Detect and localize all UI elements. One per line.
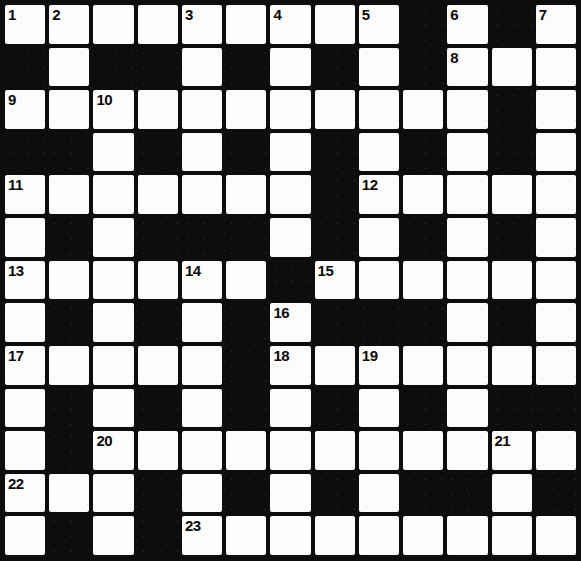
cell-r1c10[interactable]: 8 — [447, 48, 487, 87]
black-cell-r3c3 — [138, 133, 178, 172]
black-cell-r9c11 — [492, 389, 532, 428]
cell-r12c6[interactable] — [270, 516, 310, 555]
cell-r11c0[interactable]: 22 — [5, 474, 45, 513]
clue-number: 14 — [185, 261, 201, 280]
cell-r3c10[interactable] — [447, 133, 487, 172]
cell-r6c5[interactable] — [226, 261, 266, 300]
cell-r4c3[interactable] — [138, 175, 178, 214]
clue-number: 20 — [96, 431, 112, 450]
black-cell-r5c7 — [315, 218, 355, 257]
cell-r1c12[interactable] — [536, 48, 576, 87]
cell-r2c8[interactable] — [359, 90, 399, 129]
cell-r1c11[interactable] — [492, 48, 532, 87]
black-cell-r1c2 — [93, 48, 133, 87]
cell-r0c1[interactable]: 2 — [49, 5, 89, 44]
cell-r12c5[interactable] — [226, 516, 266, 555]
cell-r5c10[interactable] — [447, 218, 487, 257]
cell-r11c2[interactable] — [93, 474, 133, 513]
black-cell-r5c1 — [49, 218, 89, 257]
black-cell-r2c11 — [492, 90, 532, 129]
black-cell-r5c9 — [403, 218, 443, 257]
cell-r4c4[interactable] — [182, 175, 222, 214]
clue-number: 9 — [8, 90, 16, 109]
cell-r12c8[interactable] — [359, 516, 399, 555]
clue-number: 21 — [495, 431, 511, 450]
cell-r9c2[interactable] — [93, 389, 133, 428]
black-cell-r5c11 — [492, 218, 532, 257]
clue-number: 22 — [8, 474, 24, 493]
cell-r6c12[interactable] — [536, 261, 576, 300]
cell-r6c0[interactable]: 13 — [5, 261, 45, 300]
black-cell-r0c9 — [403, 5, 443, 44]
clue-number: 23 — [185, 516, 201, 535]
cell-r2c10[interactable] — [447, 90, 487, 129]
cell-r6c3[interactable] — [138, 261, 178, 300]
cell-r11c1[interactable] — [49, 474, 89, 513]
cell-r4c11[interactable] — [492, 175, 532, 214]
cell-r0c6[interactable]: 4 — [270, 5, 310, 44]
cell-r0c3[interactable] — [138, 5, 178, 44]
cell-r4c6[interactable] — [270, 175, 310, 214]
black-cell-r1c5 — [226, 48, 266, 87]
cell-r7c2[interactable] — [93, 303, 133, 342]
cell-r12c10[interactable] — [447, 516, 487, 555]
cell-r2c4[interactable] — [182, 90, 222, 129]
black-cell-r1c9 — [403, 48, 443, 87]
cell-r12c4[interactable]: 23 — [182, 516, 222, 555]
cell-r11c6[interactable] — [270, 474, 310, 513]
cell-r4c5[interactable] — [226, 175, 266, 214]
clue-number: 4 — [273, 5, 281, 24]
cell-r8c2[interactable] — [93, 346, 133, 385]
clue-number: 7 — [539, 5, 547, 24]
cell-r0c12[interactable]: 7 — [536, 5, 576, 44]
cell-r8c12[interactable] — [536, 346, 576, 385]
black-cell-r5c4 — [182, 218, 222, 257]
cell-r0c2[interactable] — [93, 5, 133, 44]
black-cell-r10c1 — [49, 431, 89, 470]
cell-r2c6[interactable] — [270, 90, 310, 129]
cell-r10c4[interactable] — [182, 431, 222, 470]
cell-r6c2[interactable] — [93, 261, 133, 300]
cell-r0c10[interactable]: 6 — [447, 5, 487, 44]
cell-r10c10[interactable] — [447, 431, 487, 470]
cell-r5c6[interactable] — [270, 218, 310, 257]
black-cell-r9c3 — [138, 389, 178, 428]
cell-r6c9[interactable] — [403, 261, 443, 300]
cell-r10c11[interactable]: 21 — [492, 431, 532, 470]
cell-r3c12[interactable] — [536, 133, 576, 172]
black-cell-r11c12 — [536, 474, 576, 513]
cell-r8c10[interactable] — [447, 346, 487, 385]
cell-r10c3[interactable] — [138, 431, 178, 470]
black-cell-r9c9 — [403, 389, 443, 428]
cell-r12c11[interactable] — [492, 516, 532, 555]
cell-r2c7[interactable] — [315, 90, 355, 129]
crossword-page: 1234567891011121314151617181920212223 — [0, 0, 581, 561]
clue-number: 13 — [8, 261, 24, 280]
cell-r6c11[interactable] — [492, 261, 532, 300]
black-cell-r0c11 — [492, 5, 532, 44]
black-cell-r3c11 — [492, 133, 532, 172]
cell-r11c11[interactable] — [492, 474, 532, 513]
cell-r8c4[interactable] — [182, 346, 222, 385]
black-cell-r11c7 — [315, 474, 355, 513]
cell-r9c10[interactable] — [447, 389, 487, 428]
cell-r4c12[interactable] — [536, 175, 576, 214]
black-cell-r1c7 — [315, 48, 355, 87]
cell-r12c0[interactable] — [5, 516, 45, 555]
black-cell-r11c10 — [447, 474, 487, 513]
cell-r4c0[interactable]: 11 — [5, 175, 45, 214]
black-cell-r9c12 — [536, 389, 576, 428]
cell-r10c0[interactable] — [5, 431, 45, 470]
cell-r12c7[interactable] — [315, 516, 355, 555]
black-cell-r7c7 — [315, 303, 355, 342]
cell-r0c4[interactable]: 3 — [182, 5, 222, 44]
cell-r9c6[interactable] — [270, 389, 310, 428]
cell-r5c0[interactable] — [5, 218, 45, 257]
cell-r3c8[interactable] — [359, 133, 399, 172]
cell-r10c2[interactable]: 20 — [93, 431, 133, 470]
cell-r6c1[interactable] — [49, 261, 89, 300]
cell-r10c12[interactable] — [536, 431, 576, 470]
clue-number: 12 — [362, 175, 378, 194]
clue-number: 19 — [362, 346, 378, 365]
cell-r10c5[interactable] — [226, 431, 266, 470]
black-cell-r11c3 — [138, 474, 178, 513]
cell-r6c4[interactable]: 14 — [182, 261, 222, 300]
cell-r4c8[interactable]: 12 — [359, 175, 399, 214]
clue-number: 8 — [450, 48, 458, 67]
clue-number: 18 — [273, 346, 289, 365]
black-cell-r4c7 — [315, 175, 355, 214]
clue-number: 15 — [318, 261, 334, 280]
cell-r7c10[interactable] — [447, 303, 487, 342]
black-cell-r3c7 — [315, 133, 355, 172]
black-cell-r3c1 — [49, 133, 89, 172]
cell-r9c4[interactable] — [182, 389, 222, 428]
black-cell-r9c7 — [315, 389, 355, 428]
black-cell-r5c5 — [226, 218, 266, 257]
clue-number: 2 — [52, 5, 60, 24]
cell-r4c9[interactable] — [403, 175, 443, 214]
cell-r0c5[interactable] — [226, 5, 266, 44]
black-cell-r8c5 — [226, 346, 266, 385]
cell-r5c12[interactable] — [536, 218, 576, 257]
black-cell-r7c8 — [359, 303, 399, 342]
black-cell-r7c11 — [492, 303, 532, 342]
cell-r10c9[interactable] — [403, 431, 443, 470]
cell-r11c8[interactable] — [359, 474, 399, 513]
black-cell-r7c9 — [403, 303, 443, 342]
crossword-grid: 1234567891011121314151617181920212223 — [0, 0, 581, 561]
clue-number: 1 — [8, 5, 16, 24]
black-cell-r7c1 — [49, 303, 89, 342]
cell-r6c10[interactable] — [447, 261, 487, 300]
cell-r4c1[interactable] — [49, 175, 89, 214]
black-cell-r3c0 — [5, 133, 45, 172]
cell-r1c1[interactable] — [49, 48, 89, 87]
cell-r8c9[interactable] — [403, 346, 443, 385]
cell-r2c1[interactable] — [49, 90, 89, 129]
black-cell-r1c3 — [138, 48, 178, 87]
clue-number: 10 — [96, 90, 112, 109]
cell-r7c4[interactable] — [182, 303, 222, 342]
cell-r2c2[interactable]: 10 — [93, 90, 133, 129]
cell-r3c4[interactable] — [182, 133, 222, 172]
black-cell-r7c5 — [226, 303, 266, 342]
clue-number: 16 — [273, 303, 289, 322]
cell-r8c8[interactable]: 19 — [359, 346, 399, 385]
black-cell-r11c5 — [226, 474, 266, 513]
cell-r4c10[interactable] — [447, 175, 487, 214]
black-cell-r1c0 — [5, 48, 45, 87]
black-cell-r9c1 — [49, 389, 89, 428]
clue-number: 3 — [185, 5, 193, 24]
black-cell-r9c5 — [226, 389, 266, 428]
cell-r1c6[interactable] — [270, 48, 310, 87]
cell-r7c0[interactable] — [5, 303, 45, 342]
black-cell-r3c9 — [403, 133, 443, 172]
cell-r12c12[interactable] — [536, 516, 576, 555]
cell-r2c12[interactable] — [536, 90, 576, 129]
cell-r9c8[interactable] — [359, 389, 399, 428]
cell-r6c8[interactable] — [359, 261, 399, 300]
cell-r2c5[interactable] — [226, 90, 266, 129]
black-cell-r3c5 — [226, 133, 266, 172]
black-cell-r12c1 — [49, 516, 89, 555]
cell-r1c4[interactable] — [182, 48, 222, 87]
clue-number: 6 — [450, 5, 458, 24]
cell-r2c9[interactable] — [403, 90, 443, 129]
cell-r4c2[interactable] — [93, 175, 133, 214]
cell-r5c8[interactable] — [359, 218, 399, 257]
cell-r3c2[interactable] — [93, 133, 133, 172]
cell-r12c2[interactable] — [93, 516, 133, 555]
cell-r8c7[interactable] — [315, 346, 355, 385]
cell-r0c0[interactable]: 1 — [5, 5, 45, 44]
cell-r12c9[interactable] — [403, 516, 443, 555]
black-cell-r7c3 — [138, 303, 178, 342]
black-cell-r11c9 — [403, 474, 443, 513]
cell-r8c1[interactable] — [49, 346, 89, 385]
cell-r0c7[interactable] — [315, 5, 355, 44]
cell-r9c0[interactable] — [5, 389, 45, 428]
black-cell-r5c3 — [138, 218, 178, 257]
cell-r2c0[interactable]: 9 — [5, 90, 45, 129]
cell-r8c11[interactable] — [492, 346, 532, 385]
cell-r2c3[interactable] — [138, 90, 178, 129]
cell-r5c2[interactable] — [93, 218, 133, 257]
cell-r8c0[interactable]: 17 — [5, 346, 45, 385]
cell-r10c6[interactable] — [270, 431, 310, 470]
cell-r3c6[interactable] — [270, 133, 310, 172]
cell-r0c8[interactable]: 5 — [359, 5, 399, 44]
clue-number: 11 — [8, 175, 23, 194]
clue-number: 5 — [362, 5, 370, 24]
cell-r8c3[interactable] — [138, 346, 178, 385]
cell-r7c6[interactable]: 16 — [270, 303, 310, 342]
cell-r11c4[interactable] — [182, 474, 222, 513]
cell-r1c8[interactable] — [359, 48, 399, 87]
cell-r10c7[interactable] — [315, 431, 355, 470]
cell-r10c8[interactable] — [359, 431, 399, 470]
cell-r7c12[interactable] — [536, 303, 576, 342]
cell-r8c6[interactable]: 18 — [270, 346, 310, 385]
clue-number: 17 — [8, 346, 24, 365]
black-cell-r6c6 — [270, 261, 310, 300]
cell-r6c7[interactable]: 15 — [315, 261, 355, 300]
black-cell-r12c3 — [138, 516, 178, 555]
